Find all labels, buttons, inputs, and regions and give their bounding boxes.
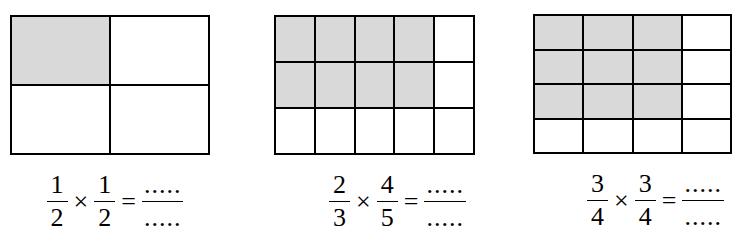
- cell-shaded: [316, 17, 354, 61]
- equation-2: 2 3 × 4 5 = ..... .....: [297, 171, 498, 232]
- equation-1: 1 2 × 1 2 = ..... .....: [15, 171, 215, 232]
- cell-empty: [316, 109, 354, 153]
- answer-blank-numerator: .....: [142, 171, 184, 202]
- answer-blank-fraction: ..... .....: [424, 171, 466, 232]
- answer-blank-numerator: .....: [424, 171, 466, 202]
- cell-empty: [683, 85, 730, 118]
- fraction-denominator: 5: [377, 202, 398, 232]
- cell-shaded: [584, 51, 631, 84]
- cell-shaded: [535, 85, 582, 118]
- fraction-denominator: 4: [635, 201, 656, 231]
- cell-empty: [683, 51, 730, 84]
- cell-shaded: [356, 63, 394, 107]
- cell-shaded: [634, 16, 681, 49]
- cell-shaded: [276, 17, 314, 61]
- cell-empty: [395, 109, 433, 153]
- panel-half-times-half: 1 2 × 1 2 = ..... .....: [10, 15, 210, 232]
- multiply-sign: ×: [356, 189, 371, 215]
- answer-blank-fraction: ..... .....: [142, 171, 184, 232]
- cell-shaded: [634, 85, 681, 118]
- fraction-second: 3 4: [635, 170, 656, 231]
- fraction-denominator: 2: [47, 202, 68, 232]
- cell-shaded: [276, 63, 314, 107]
- multiply-sign: ×: [614, 188, 629, 214]
- fraction-second: 1 2: [94, 171, 115, 232]
- multiply-sign: ×: [74, 189, 89, 215]
- cell-shaded: [634, 51, 681, 84]
- fraction-grid-4x4: [533, 14, 732, 154]
- answer-blank-fraction: ..... .....: [682, 170, 724, 231]
- fraction-first: 3 4: [587, 170, 608, 231]
- cell-shaded: [316, 63, 354, 107]
- cell-empty: [111, 17, 208, 84]
- fraction-denominator: 4: [587, 201, 608, 231]
- cell-empty: [276, 109, 314, 153]
- cell-empty: [356, 109, 394, 153]
- fraction-numerator: 2: [329, 171, 350, 202]
- answer-blank-numerator: .....: [682, 170, 724, 201]
- equals-sign: =: [662, 188, 677, 214]
- fraction-grid-2x2: [10, 15, 210, 155]
- cell-shaded: [584, 85, 631, 118]
- fraction-numerator: 1: [94, 171, 115, 202]
- answer-blank-denominator: .....: [682, 201, 724, 231]
- cell-shaded: [535, 16, 582, 49]
- fraction-numerator: 4: [377, 171, 398, 202]
- fraction-numerator: 3: [587, 170, 608, 201]
- equals-sign: =: [121, 189, 136, 215]
- equals-sign: =: [404, 189, 419, 215]
- cell-shaded: [12, 17, 109, 84]
- cell-empty: [535, 120, 582, 153]
- cell-empty: [634, 120, 681, 153]
- equation-3: 3 4 × 3 4 = ..... .....: [556, 170, 741, 231]
- fraction-second: 4 5: [377, 171, 398, 232]
- cell-empty: [435, 63, 473, 107]
- fraction-numerator: 3: [635, 170, 656, 201]
- answer-blank-denominator: .....: [424, 202, 466, 232]
- cell-empty: [435, 109, 473, 153]
- fraction-first: 1 2: [47, 171, 68, 232]
- cell-shaded: [535, 51, 582, 84]
- fraction-denominator: 2: [94, 202, 115, 232]
- fraction-numerator: 1: [47, 171, 68, 202]
- fraction-first: 2 3: [329, 171, 350, 232]
- panel-two-thirds-times-four-fifths: 2 3 × 4 5 = ..... .....: [274, 15, 475, 232]
- cell-empty: [683, 16, 730, 49]
- cell-empty: [584, 120, 631, 153]
- cell-empty: [435, 17, 473, 61]
- cell-shaded: [584, 16, 631, 49]
- cell-shaded: [395, 17, 433, 61]
- answer-blank-denominator: .....: [142, 202, 184, 232]
- cell-empty: [111, 86, 208, 153]
- cell-shaded: [356, 17, 394, 61]
- cell-empty: [12, 86, 109, 153]
- panel-three-quarters-times-three-quarters: 3 4 × 3 4 = ..... .....: [533, 14, 732, 231]
- cell-shaded: [395, 63, 433, 107]
- fraction-denominator: 3: [329, 202, 350, 232]
- cell-empty: [683, 120, 730, 153]
- fraction-grid-5x3: [274, 15, 475, 155]
